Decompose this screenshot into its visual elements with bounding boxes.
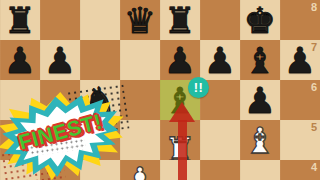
rank-label-6: 6: [311, 81, 317, 93]
piece-black-pawn-b7[interactable]: ♟: [40, 40, 80, 80]
square-a8[interactable]: ♜: [0, 0, 40, 40]
square-a7[interactable]: ♟: [0, 40, 40, 80]
piece-black-pawn-g6[interactable]: ♟: [240, 80, 280, 120]
square-d8[interactable]: ♛: [120, 0, 160, 40]
square-f4[interactable]: [200, 160, 240, 180]
square-h6[interactable]: 6: [280, 80, 320, 120]
square-g7[interactable]: ♝: [240, 40, 280, 80]
piece-black-pawn-e7[interactable]: ♟: [160, 40, 200, 80]
piece-black-rook-e8[interactable]: ♜: [160, 0, 200, 40]
move-arrow-shaft: [178, 120, 187, 180]
square-h4[interactable]: 4: [280, 160, 320, 180]
finest-sticker: FINEST!: [0, 88, 125, 180]
rank-label-7: 7: [311, 41, 317, 53]
square-d5[interactable]: [120, 120, 160, 160]
square-g8[interactable]: ♚: [240, 0, 280, 40]
rank-label-8: 8: [311, 1, 317, 13]
square-h8[interactable]: 8: [280, 0, 320, 40]
piece-black-rook-a8[interactable]: ♜: [0, 0, 40, 40]
square-c8[interactable]: [80, 0, 120, 40]
piece-black-bishop-g7[interactable]: ♝: [240, 40, 280, 80]
square-g4[interactable]: [240, 160, 280, 180]
rank-label-5: 5: [311, 121, 317, 133]
piece-black-king-g8[interactable]: ♚: [240, 0, 280, 40]
rank-label-4: 4: [311, 161, 317, 173]
square-d4[interactable]: ♟: [120, 160, 160, 180]
square-b7[interactable]: ♟: [40, 40, 80, 80]
piece-white-bishop-g5[interactable]: ♝: [240, 120, 280, 160]
square-c7[interactable]: [80, 40, 120, 80]
chess-board-thumbnail: ♜♛♜♚8♟♟♟♟♝♟7♞♝♟6♜♝5♟4 !! FINEST!: [0, 0, 320, 180]
brilliant-move-badge: !!: [188, 77, 209, 98]
square-h7[interactable]: ♟7: [280, 40, 320, 80]
square-e7[interactable]: ♟: [160, 40, 200, 80]
square-b8[interactable]: [40, 0, 80, 40]
square-f5[interactable]: [200, 120, 240, 160]
square-g6[interactable]: ♟: [240, 80, 280, 120]
square-d6[interactable]: [120, 80, 160, 120]
square-h5[interactable]: 5: [280, 120, 320, 160]
square-f8[interactable]: [200, 0, 240, 40]
square-g5[interactable]: ♝: [240, 120, 280, 160]
piece-black-pawn-a7[interactable]: ♟: [0, 40, 40, 80]
move-arrow-head: [169, 102, 195, 122]
piece-white-pawn-d4[interactable]: ♟: [120, 160, 160, 180]
square-f7[interactable]: ♟: [200, 40, 240, 80]
square-d7[interactable]: [120, 40, 160, 80]
brilliant-move-badge-text: !!: [194, 77, 204, 98]
square-e8[interactable]: ♜: [160, 0, 200, 40]
piece-black-pawn-f7[interactable]: ♟: [200, 40, 240, 80]
piece-black-queen-d8[interactable]: ♛: [120, 0, 160, 40]
